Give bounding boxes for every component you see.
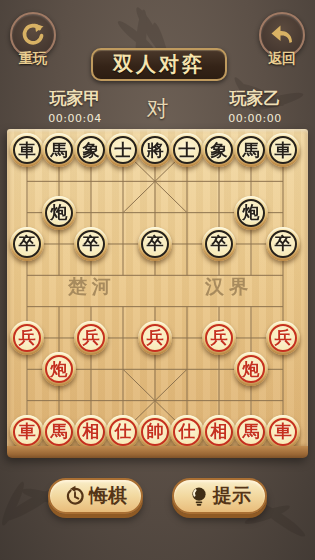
- piece-black-象[interactable]: 象: [202, 133, 236, 167]
- piece-glyph: 兵: [13, 324, 41, 352]
- piece-glyph: 車: [269, 136, 297, 164]
- piece-glyph: 相: [205, 418, 233, 446]
- piece-glyph: 炮: [237, 355, 265, 383]
- piece-black-馬[interactable]: 馬: [234, 133, 268, 167]
- piece-glyph: 將: [141, 136, 169, 164]
- piece-black-車[interactable]: 車: [266, 133, 300, 167]
- piece-glyph: 士: [109, 136, 137, 164]
- piece-glyph: 卒: [13, 230, 41, 258]
- piece-glyph: 車: [269, 418, 297, 446]
- piece-glyph: 炮: [237, 199, 265, 227]
- xiangqi-board: 楚河 汉界 車馬象士將士象馬車炮炮卒卒卒卒卒兵兵兵兵兵炮炮車馬相仕帥仕相馬車: [7, 129, 308, 458]
- piece-red-兵[interactable]: 兵: [74, 321, 108, 355]
- piece-glyph: 兵: [77, 324, 105, 352]
- piece-black-象[interactable]: 象: [74, 133, 108, 167]
- river-label-hanjie: 汉界: [179, 274, 279, 300]
- piece-black-炮[interactable]: 炮: [42, 196, 76, 230]
- piece-glyph: 馬: [237, 136, 265, 164]
- piece-red-帥[interactable]: 帥: [138, 415, 172, 449]
- player-right-name: 玩家乙: [213, 87, 297, 110]
- piece-red-相[interactable]: 相: [202, 415, 236, 449]
- piece-glyph: 象: [77, 136, 105, 164]
- piece-glyph: 炮: [45, 355, 73, 383]
- refresh-icon: [20, 22, 46, 48]
- piece-glyph: 仕: [173, 418, 201, 446]
- piece-black-車[interactable]: 車: [10, 133, 44, 167]
- piece-glyph: 馬: [45, 136, 73, 164]
- page-title: 双人对弈: [113, 51, 205, 78]
- back-button[interactable]: 返回: [257, 12, 307, 74]
- app-root: { "game": "xiangqi", "position": { "fen"…: [0, 0, 315, 560]
- piece-black-炮[interactable]: 炮: [234, 196, 268, 230]
- hint-button-label: 提示: [213, 483, 251, 509]
- piece-black-將[interactable]: 將: [138, 133, 172, 167]
- undo-button-label: 悔棋: [89, 483, 127, 509]
- river-label-chuhe: 楚河: [42, 274, 142, 300]
- piece-glyph: 帥: [141, 418, 169, 446]
- piece-glyph: 卒: [269, 230, 297, 258]
- piece-black-卒[interactable]: 卒: [74, 227, 108, 261]
- piece-glyph: 士: [173, 136, 201, 164]
- piece-black-士[interactable]: 士: [106, 133, 140, 167]
- piece-glyph: 卒: [77, 230, 105, 258]
- piece-glyph: 兵: [205, 324, 233, 352]
- player-right: 玩家乙 00:00:00: [213, 87, 297, 125]
- player-right-timer: 00:00:00: [213, 112, 297, 125]
- piece-black-卒[interactable]: 卒: [266, 227, 300, 261]
- piece-red-車[interactable]: 車: [266, 415, 300, 449]
- piece-glyph: 馬: [45, 418, 73, 446]
- back-button-label: 返回: [257, 50, 307, 68]
- piece-red-兵[interactable]: 兵: [10, 321, 44, 355]
- title-banner: 双人对弈: [91, 48, 227, 81]
- piece-black-卒[interactable]: 卒: [138, 227, 172, 261]
- piece-glyph: 炮: [45, 199, 73, 227]
- piece-red-相[interactable]: 相: [74, 415, 108, 449]
- piece-red-馬[interactable]: 馬: [42, 415, 76, 449]
- piece-glyph: 車: [13, 418, 41, 446]
- piece-red-車[interactable]: 車: [10, 415, 44, 449]
- piece-red-馬[interactable]: 馬: [234, 415, 268, 449]
- piece-red-兵[interactable]: 兵: [266, 321, 300, 355]
- piece-glyph: 兵: [269, 324, 297, 352]
- piece-black-士[interactable]: 士: [170, 133, 204, 167]
- piece-glyph: 仕: [109, 418, 137, 446]
- board-surface[interactable]: 楚河 汉界 車馬象士將士象馬車炮炮卒卒卒卒卒兵兵兵兵兵炮炮車馬相仕帥仕相馬車: [7, 129, 308, 446]
- replay-button-label: 重玩: [8, 50, 58, 68]
- piece-glyph: 相: [77, 418, 105, 446]
- hint-button[interactable]: 提示: [172, 478, 267, 514]
- piece-black-卒[interactable]: 卒: [202, 227, 236, 261]
- replay-button[interactable]: 重玩: [8, 12, 58, 74]
- piece-glyph: 卒: [205, 230, 233, 258]
- piece-red-兵[interactable]: 兵: [202, 321, 236, 355]
- piece-red-兵[interactable]: 兵: [138, 321, 172, 355]
- piece-glyph: 兵: [141, 324, 169, 352]
- piece-red-仕[interactable]: 仕: [170, 415, 204, 449]
- piece-glyph: 車: [13, 136, 41, 164]
- back-arrow-icon: [269, 22, 295, 48]
- piece-black-馬[interactable]: 馬: [42, 133, 76, 167]
- undo-move-button[interactable]: 悔棋: [48, 478, 143, 514]
- piece-red-仕[interactable]: 仕: [106, 415, 140, 449]
- piece-glyph: 馬: [237, 418, 265, 446]
- piece-glyph: 象: [205, 136, 233, 164]
- piece-black-卒[interactable]: 卒: [10, 227, 44, 261]
- board-front-edge: [7, 446, 308, 458]
- lightbulb-icon: [188, 485, 210, 507]
- undo-clock-icon: [64, 485, 86, 507]
- piece-glyph: 卒: [141, 230, 169, 258]
